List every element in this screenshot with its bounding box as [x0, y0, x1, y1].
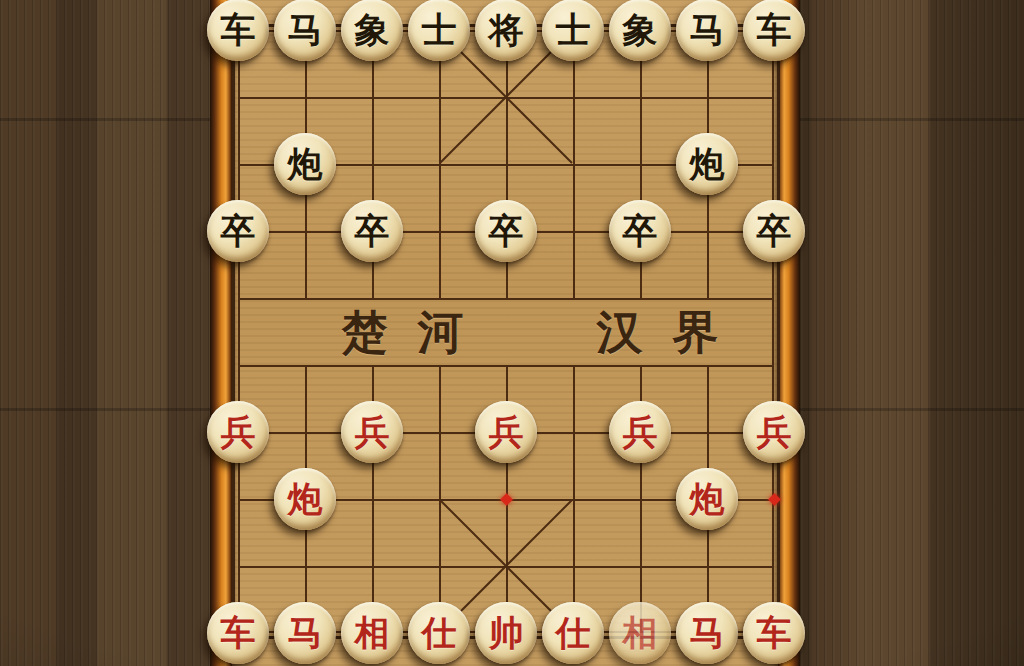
piece-red-cannon[interactable]: 炮: [274, 468, 336, 530]
piece-black-soldier[interactable]: 卒: [743, 200, 805, 262]
piece-black-advisor[interactable]: 士: [408, 0, 470, 61]
piece-glyph: 马: [690, 616, 725, 651]
piece-glyph: 兵: [757, 415, 792, 450]
wood-table-background: 楚河 汉界 车马象士将士象马车炮炮卒卒卒卒卒兵兵兵兵兵炮炮车马相仕帅仕相马车: [0, 0, 1024, 666]
piece-red-soldier[interactable]: 兵: [609, 401, 671, 463]
piece-black-soldier[interactable]: 卒: [341, 200, 403, 262]
piece-black-soldier[interactable]: 卒: [207, 200, 269, 262]
piece-glyph: 兵: [221, 415, 256, 450]
piece-red-soldier[interactable]: 兵: [207, 401, 269, 463]
piece-black-elephant[interactable]: 象: [341, 0, 403, 61]
piece-glyph: 象: [623, 13, 658, 48]
piece-red-cannon[interactable]: 炮: [676, 468, 738, 530]
piece-glyph: 士: [422, 13, 457, 48]
piece-red-elephant[interactable]: 相: [609, 602, 671, 664]
piece-glyph: 相: [355, 616, 390, 651]
piece-glyph: 炮: [690, 482, 725, 517]
piece-black-advisor[interactable]: 士: [542, 0, 604, 61]
piece-glyph: 车: [221, 13, 256, 48]
piece-black-soldier[interactable]: 卒: [609, 200, 671, 262]
piece-red-soldier[interactable]: 兵: [341, 401, 403, 463]
piece-glyph: 马: [288, 13, 323, 48]
piece-glyph: 士: [556, 13, 591, 48]
piece-glyph: 卒: [623, 214, 658, 249]
pieces-layer: 车马象士将士象马车炮炮卒卒卒卒卒兵兵兵兵兵炮炮车马相仕帅仕相马车: [205, 0, 808, 666]
piece-black-horse[interactable]: 马: [676, 0, 738, 61]
piece-red-chariot[interactable]: 车: [207, 602, 269, 664]
piece-glyph: 车: [757, 616, 792, 651]
piece-black-soldier[interactable]: 卒: [475, 200, 537, 262]
piece-glyph: 车: [757, 13, 792, 48]
piece-glyph: 仕: [556, 616, 591, 651]
piece-glyph: 马: [288, 616, 323, 651]
piece-glyph: 将: [489, 13, 524, 48]
piece-glyph: 炮: [288, 147, 323, 182]
piece-red-advisor[interactable]: 仕: [542, 602, 604, 664]
piece-black-chariot[interactable]: 车: [743, 0, 805, 61]
piece-glyph: 车: [221, 616, 256, 651]
piece-red-horse[interactable]: 马: [274, 602, 336, 664]
piece-glyph: 相: [623, 616, 658, 651]
piece-glyph: 卒: [757, 214, 792, 249]
piece-glyph: 仕: [422, 616, 457, 651]
piece-red-elephant[interactable]: 相: [341, 602, 403, 664]
piece-black-chariot[interactable]: 车: [207, 0, 269, 61]
piece-glyph: 卒: [489, 214, 524, 249]
piece-glyph: 卒: [221, 214, 256, 249]
piece-glyph: 马: [690, 13, 725, 48]
piece-black-general[interactable]: 将: [475, 0, 537, 61]
piece-red-soldier[interactable]: 兵: [475, 401, 537, 463]
piece-red-advisor[interactable]: 仕: [408, 602, 470, 664]
piece-black-cannon[interactable]: 炮: [274, 133, 336, 195]
piece-red-soldier[interactable]: 兵: [743, 401, 805, 463]
piece-red-general[interactable]: 帅: [475, 602, 537, 664]
piece-glyph: 象: [355, 13, 390, 48]
piece-black-cannon[interactable]: 炮: [676, 133, 738, 195]
piece-glyph: 兵: [623, 415, 658, 450]
piece-black-elephant[interactable]: 象: [609, 0, 671, 61]
piece-red-horse[interactable]: 马: [676, 602, 738, 664]
piece-glyph: 兵: [355, 415, 390, 450]
piece-glyph: 炮: [288, 482, 323, 517]
piece-glyph: 卒: [355, 214, 390, 249]
piece-glyph: 帅: [489, 616, 524, 651]
piece-glyph: 炮: [690, 147, 725, 182]
piece-black-horse[interactable]: 马: [274, 0, 336, 61]
piece-glyph: 兵: [489, 415, 524, 450]
piece-red-chariot[interactable]: 车: [743, 602, 805, 664]
xiangqi-board[interactable]: 楚河 汉界 车马象士将士象马车炮炮卒卒卒卒卒兵兵兵兵兵炮炮车马相仕帅仕相马车: [210, 0, 800, 666]
